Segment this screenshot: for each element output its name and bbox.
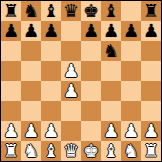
square-h5[interactable] <box>141 61 161 81</box>
square-b3[interactable] <box>21 101 41 121</box>
square-e6[interactable] <box>81 41 101 61</box>
square-g2[interactable]: ♟ <box>121 121 141 141</box>
square-g8[interactable] <box>121 1 141 21</box>
square-e1[interactable]: ♚ <box>81 141 101 161</box>
square-d6[interactable] <box>61 41 81 61</box>
black-pawn: ♟ <box>43 21 59 41</box>
square-e5[interactable] <box>81 61 101 81</box>
square-h3[interactable] <box>141 101 161 121</box>
white-pawn: ♟ <box>3 121 19 141</box>
square-h2[interactable]: ♟ <box>141 121 161 141</box>
square-f1[interactable]: ♝ <box>101 141 121 161</box>
black-rook: ♜ <box>3 1 19 21</box>
square-e2[interactable] <box>81 121 101 141</box>
square-g5[interactable] <box>121 61 141 81</box>
square-b5[interactable] <box>21 61 41 81</box>
square-c2[interactable]: ♟ <box>41 121 61 141</box>
square-c1[interactable]: ♝ <box>41 141 61 161</box>
black-pawn: ♟ <box>3 21 19 41</box>
square-d8[interactable]: ♛ <box>61 1 81 21</box>
white-knight: ♞ <box>23 141 39 161</box>
white-king: ♚ <box>83 141 99 161</box>
black-pawn: ♟ <box>103 21 119 41</box>
white-rook: ♜ <box>3 141 19 161</box>
square-d5[interactable]: ♟ <box>61 61 81 81</box>
square-f8[interactable]: ♝ <box>101 1 121 21</box>
white-bishop: ♝ <box>103 141 119 161</box>
square-h7[interactable]: ♟ <box>141 21 161 41</box>
white-pawn: ♟ <box>103 121 119 141</box>
square-a2[interactable]: ♟ <box>1 121 21 141</box>
black-pawn: ♟ <box>123 21 139 41</box>
chess-board: ♜♞♝♛♚♝♜♟♟♟♟♟♟♟♞♟♟♟♟♟♟♟♟♜♞♝♛♚♝♞♜ <box>0 0 162 162</box>
square-b1[interactable]: ♞ <box>21 141 41 161</box>
square-h4[interactable] <box>141 81 161 101</box>
square-g1[interactable]: ♞ <box>121 141 141 161</box>
square-h1[interactable]: ♜ <box>141 141 161 161</box>
black-rook: ♜ <box>143 1 159 21</box>
square-g7[interactable]: ♟ <box>121 21 141 41</box>
square-d2[interactable] <box>61 121 81 141</box>
square-f2[interactable]: ♟ <box>101 121 121 141</box>
black-bishop: ♝ <box>43 1 59 21</box>
black-bishop: ♝ <box>103 1 119 21</box>
black-pawn: ♟ <box>83 21 99 41</box>
black-pawn: ♟ <box>143 21 159 41</box>
square-a8[interactable]: ♜ <box>1 1 21 21</box>
square-b4[interactable] <box>21 81 41 101</box>
square-f4[interactable] <box>101 81 121 101</box>
white-knight: ♞ <box>123 141 139 161</box>
square-c6[interactable] <box>41 41 61 61</box>
square-b7[interactable]: ♟ <box>21 21 41 41</box>
square-e4[interactable] <box>81 81 101 101</box>
square-b6[interactable] <box>21 41 41 61</box>
square-c8[interactable]: ♝ <box>41 1 61 21</box>
white-pawn: ♟ <box>63 61 79 81</box>
square-e7[interactable]: ♟ <box>81 21 101 41</box>
square-e3[interactable] <box>81 101 101 121</box>
square-c5[interactable] <box>41 61 61 81</box>
white-rook: ♜ <box>143 141 159 161</box>
white-bishop: ♝ <box>43 141 59 161</box>
white-pawn: ♟ <box>63 81 79 101</box>
white-pawn: ♟ <box>43 121 59 141</box>
square-f6[interactable]: ♞ <box>101 41 121 61</box>
square-g3[interactable] <box>121 101 141 121</box>
square-b2[interactable]: ♟ <box>21 121 41 141</box>
square-a5[interactable] <box>1 61 21 81</box>
white-pawn: ♟ <box>23 121 39 141</box>
square-a6[interactable] <box>1 41 21 61</box>
black-knight: ♞ <box>23 1 39 21</box>
square-d7[interactable] <box>61 21 81 41</box>
white-pawn: ♟ <box>143 121 159 141</box>
square-c7[interactable]: ♟ <box>41 21 61 41</box>
square-h8[interactable]: ♜ <box>141 1 161 21</box>
square-e8[interactable]: ♚ <box>81 1 101 21</box>
square-d1[interactable]: ♛ <box>61 141 81 161</box>
square-c3[interactable] <box>41 101 61 121</box>
white-queen: ♛ <box>63 141 79 161</box>
square-a4[interactable] <box>1 81 21 101</box>
square-h6[interactable] <box>141 41 161 61</box>
square-c4[interactable] <box>41 81 61 101</box>
square-d3[interactable] <box>61 101 81 121</box>
black-knight: ♞ <box>103 41 119 61</box>
square-g6[interactable] <box>121 41 141 61</box>
square-d4[interactable]: ♟ <box>61 81 81 101</box>
black-king: ♚ <box>83 1 99 21</box>
square-a3[interactable] <box>1 101 21 121</box>
square-b8[interactable]: ♞ <box>21 1 41 21</box>
black-pawn: ♟ <box>23 21 39 41</box>
square-a7[interactable]: ♟ <box>1 21 21 41</box>
square-f5[interactable] <box>101 61 121 81</box>
square-f7[interactable]: ♟ <box>101 21 121 41</box>
square-a1[interactable]: ♜ <box>1 141 21 161</box>
square-g4[interactable] <box>121 81 141 101</box>
black-queen: ♛ <box>63 1 79 21</box>
square-f3[interactable] <box>101 101 121 121</box>
white-pawn: ♟ <box>123 121 139 141</box>
